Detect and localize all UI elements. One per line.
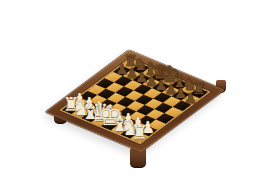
board-grid (62, 59, 208, 142)
board-frame (45, 50, 225, 152)
chess-set-photo: ♜♞♝♛♚♝♞♜♟♟♟♟♟♟♟♟♟♟♟♟♟♟♟♟♜♞♝♛♚♝♞♜ (0, 0, 260, 180)
chess-board (45, 50, 225, 152)
